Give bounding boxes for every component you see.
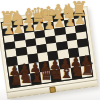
product-photo-chess-set: ♜♞♝♛♚♝♞♜♟♟♟♟♟♟♟♟♟♟♟♟♟♟♟♟♜♞♝♛♚♝♞♜ [0, 0, 100, 100]
board-grid: ♜♞♝♛♚♝♞♜♟♟♟♟♟♟♟♟♟♟♟♟♟♟♟♟♜♞♝♛♚♝♞♜ [1, 11, 94, 89]
square[interactable]: ♜ [80, 65, 92, 77]
brass-clasp-icon [49, 86, 56, 93]
chess-board: ♜♞♝♛♚♝♞♜♟♟♟♟♟♟♟♟♟♟♟♟♟♟♟♟♜♞♝♛♚♝♞♜ [0, 6, 99, 99]
board-frame: ♜♞♝♛♚♝♞♜♟♟♟♟♟♟♟♟♟♟♟♟♟♟♟♟♜♞♝♛♚♝♞♜ [0, 6, 98, 92]
black-rook-piece[interactable]: ♜ [80, 61, 95, 78]
